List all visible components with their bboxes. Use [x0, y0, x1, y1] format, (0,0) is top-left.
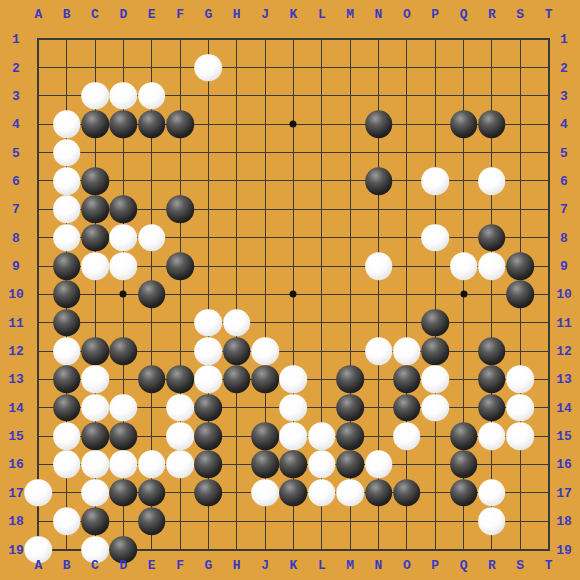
stone-white	[110, 224, 138, 252]
stone-white	[280, 422, 308, 450]
row-label-left: 6	[12, 174, 20, 187]
stone-black	[53, 366, 81, 394]
stone-black	[195, 394, 223, 422]
column-label-bottom: E	[148, 559, 156, 572]
stone-black	[53, 394, 81, 422]
stone-black	[251, 366, 279, 394]
go-board-app: AABBCCDDEEFFGGHHJJKKLLMMNNOOPPQQRRSSTT11…	[0, 0, 580, 580]
row-label-left: 16	[8, 458, 24, 471]
row-label-left: 17	[8, 486, 24, 499]
stone-white	[166, 394, 194, 422]
row-label-left: 9	[12, 260, 20, 273]
stone-white	[478, 507, 506, 535]
stone-white	[110, 394, 138, 422]
stone-white	[280, 394, 308, 422]
column-label-top: H	[233, 8, 241, 21]
stone-black	[81, 196, 109, 224]
stone-black	[53, 309, 81, 337]
column-label-top: C	[91, 8, 99, 21]
row-label-right: 15	[556, 430, 572, 443]
column-label-bottom: S	[516, 559, 524, 572]
stone-white	[195, 366, 223, 394]
stone-white	[110, 252, 138, 280]
stone-white	[110, 451, 138, 479]
stone-black	[251, 451, 279, 479]
stone-black	[478, 366, 506, 394]
stone-white	[393, 337, 421, 365]
stone-white	[53, 224, 81, 252]
column-label-top: D	[119, 8, 127, 21]
stone-white	[251, 479, 279, 507]
column-label-bottom: A	[34, 559, 42, 572]
stone-black	[421, 337, 449, 365]
stone-black	[53, 281, 81, 309]
stone-white	[365, 337, 393, 365]
stone-black	[393, 394, 421, 422]
column-label-top: P	[431, 8, 439, 21]
row-label-right: 16	[556, 458, 572, 471]
stone-white	[506, 366, 534, 394]
stone-white	[195, 337, 223, 365]
stone-white	[421, 167, 449, 195]
stone-white	[336, 479, 364, 507]
row-label-right: 17	[556, 486, 572, 499]
column-label-top: Q	[460, 8, 468, 21]
stone-white	[365, 252, 393, 280]
stone-white	[81, 366, 109, 394]
stone-white	[195, 54, 223, 82]
stone-white	[478, 479, 506, 507]
stone-black	[195, 479, 223, 507]
stone-black	[450, 479, 478, 507]
stone-black	[81, 337, 109, 365]
stone-white	[308, 451, 336, 479]
row-label-right: 10	[556, 288, 572, 301]
stone-black	[450, 110, 478, 138]
stone-white	[365, 451, 393, 479]
stone-white	[421, 224, 449, 252]
column-label-bottom: G	[204, 559, 212, 572]
stone-white	[81, 82, 109, 110]
grid-line-vertical	[406, 38, 407, 550]
stone-white	[166, 451, 194, 479]
stone-white	[53, 167, 81, 195]
stone-white	[421, 394, 449, 422]
stone-black	[110, 196, 138, 224]
column-label-top: T	[545, 8, 553, 21]
column-label-bottom: O	[403, 559, 411, 572]
stone-white	[506, 422, 534, 450]
stone-white	[393, 422, 421, 450]
stone-white	[450, 252, 478, 280]
stone-black	[478, 394, 506, 422]
stone-black	[506, 252, 534, 280]
stone-white	[308, 422, 336, 450]
stone-black	[506, 281, 534, 309]
row-label-right: 11	[556, 316, 572, 329]
stone-black	[365, 479, 393, 507]
stone-black	[81, 224, 109, 252]
stone-black	[53, 252, 81, 280]
stone-black	[393, 479, 421, 507]
stone-black	[478, 224, 506, 252]
column-label-top: S	[516, 8, 524, 21]
stone-black	[81, 422, 109, 450]
stone-black	[393, 366, 421, 394]
stone-black	[195, 451, 223, 479]
stone-white	[110, 82, 138, 110]
column-label-bottom: N	[375, 559, 383, 572]
grid-line-vertical	[548, 38, 550, 550]
row-label-right: 7	[560, 203, 568, 216]
row-label-right: 1	[560, 33, 568, 46]
column-label-bottom: D	[119, 559, 127, 572]
star-point	[290, 121, 297, 128]
stone-black	[138, 366, 166, 394]
stone-black	[251, 422, 279, 450]
row-label-left: 15	[8, 430, 24, 443]
row-label-right: 12	[556, 345, 572, 358]
column-label-top: A	[34, 8, 42, 21]
stone-black	[166, 110, 194, 138]
row-label-right: 13	[556, 373, 572, 386]
stone-black	[195, 422, 223, 450]
stone-white	[53, 196, 81, 224]
row-label-right: 14	[556, 401, 572, 414]
stone-white	[53, 422, 81, 450]
stone-white	[251, 337, 279, 365]
stone-black	[81, 167, 109, 195]
row-label-left: 12	[8, 345, 24, 358]
column-label-top: L	[318, 8, 326, 21]
row-label-left: 10	[8, 288, 24, 301]
stone-black	[110, 337, 138, 365]
stone-black	[450, 422, 478, 450]
stone-black	[81, 110, 109, 138]
stone-black	[110, 110, 138, 138]
stone-white	[223, 309, 251, 337]
row-label-left: 18	[8, 515, 24, 528]
column-label-bottom: L	[318, 559, 326, 572]
column-label-bottom: F	[176, 559, 184, 572]
stone-white	[421, 366, 449, 394]
row-label-left: 8	[12, 231, 20, 244]
stone-black	[280, 451, 308, 479]
stone-black	[478, 110, 506, 138]
row-label-right: 6	[560, 174, 568, 187]
column-label-top: K	[290, 8, 298, 21]
stone-black	[450, 451, 478, 479]
row-label-left: 2	[12, 61, 20, 74]
row-label-right: 2	[560, 61, 568, 74]
stone-black	[166, 366, 194, 394]
column-label-bottom: C	[91, 559, 99, 572]
stone-white	[81, 394, 109, 422]
column-label-top: N	[375, 8, 383, 21]
grid-line-horizontal	[37, 521, 549, 522]
stone-white	[280, 366, 308, 394]
column-label-top: B	[63, 8, 71, 21]
column-label-bottom: R	[488, 559, 496, 572]
stone-white	[53, 507, 81, 535]
star-point	[290, 291, 297, 298]
stone-white	[478, 422, 506, 450]
stone-black	[166, 196, 194, 224]
row-label-left: 13	[8, 373, 24, 386]
stone-black	[138, 110, 166, 138]
stone-white	[195, 309, 223, 337]
row-label-right: 19	[556, 543, 572, 556]
stone-white	[138, 82, 166, 110]
stone-white	[81, 451, 109, 479]
stone-black	[110, 479, 138, 507]
column-label-top: G	[204, 8, 212, 21]
stone-white	[81, 479, 109, 507]
row-label-right: 3	[560, 89, 568, 102]
stone-black	[81, 507, 109, 535]
column-label-top: R	[488, 8, 496, 21]
column-label-bottom: H	[233, 559, 241, 572]
stone-white	[166, 422, 194, 450]
row-label-left: 5	[12, 146, 20, 159]
row-label-right: 4	[560, 118, 568, 131]
stone-black	[365, 110, 393, 138]
stone-black	[138, 507, 166, 535]
column-label-top: E	[148, 8, 156, 21]
stone-black	[365, 167, 393, 195]
row-label-left: 14	[8, 401, 24, 414]
column-label-top: F	[176, 8, 184, 21]
stone-white	[138, 451, 166, 479]
grid-line-horizontal	[37, 322, 549, 323]
star-point	[120, 291, 127, 298]
stone-black	[138, 281, 166, 309]
row-label-left: 11	[8, 316, 24, 329]
stone-white	[53, 110, 81, 138]
stone-white	[81, 252, 109, 280]
row-label-right: 18	[556, 515, 572, 528]
stone-white	[506, 394, 534, 422]
column-label-bottom: K	[290, 559, 298, 572]
grid-line-vertical	[435, 38, 436, 550]
column-label-bottom: J	[261, 559, 269, 572]
column-label-bottom: B	[63, 559, 71, 572]
stone-black	[166, 252, 194, 280]
stone-white	[53, 451, 81, 479]
row-label-left: 19	[8, 543, 24, 556]
column-label-bottom: M	[346, 559, 354, 572]
row-label-left: 7	[12, 203, 20, 216]
stone-black	[421, 309, 449, 337]
stone-white	[53, 139, 81, 167]
row-label-left: 4	[12, 118, 20, 131]
row-label-right: 8	[560, 231, 568, 244]
column-label-bottom: T	[545, 559, 553, 572]
row-label-left: 1	[12, 33, 20, 46]
column-label-top: M	[346, 8, 354, 21]
stone-white	[478, 167, 506, 195]
row-label-left: 3	[12, 89, 20, 102]
stone-black	[478, 337, 506, 365]
stone-white	[25, 479, 53, 507]
column-label-top: O	[403, 8, 411, 21]
stone-white	[308, 479, 336, 507]
stone-black	[110, 422, 138, 450]
column-label-bottom: Q	[460, 559, 468, 572]
stone-black	[223, 337, 251, 365]
stone-white	[53, 337, 81, 365]
column-label-bottom: P	[431, 559, 439, 572]
stone-white	[138, 224, 166, 252]
stone-black	[336, 451, 364, 479]
stone-black	[138, 479, 166, 507]
column-label-top: J	[261, 8, 269, 21]
stone-black	[223, 366, 251, 394]
stone-white	[478, 252, 506, 280]
stone-black	[336, 422, 364, 450]
row-label-right: 9	[560, 260, 568, 273]
stone-black	[280, 479, 308, 507]
stone-black	[336, 366, 364, 394]
star-point	[460, 291, 467, 298]
stone-black	[336, 394, 364, 422]
row-label-right: 5	[560, 146, 568, 159]
